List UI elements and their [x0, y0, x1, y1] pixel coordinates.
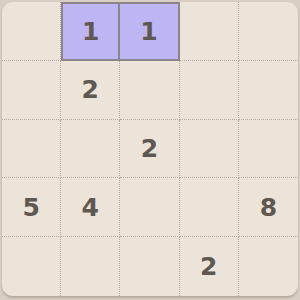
cell-r4-c4[interactable]	[239, 237, 298, 296]
cell-r3-c3[interactable]	[180, 178, 239, 237]
clue-number: 2	[141, 136, 158, 161]
cell-r1-c4[interactable]	[239, 61, 298, 120]
cell-r1-c2[interactable]	[120, 61, 179, 120]
cell-r0-c0[interactable]	[2, 2, 61, 61]
cell-r3-c0[interactable]: 5	[2, 178, 61, 237]
page-background: 11225482	[0, 0, 300, 300]
cell-r0-c4[interactable]	[239, 2, 298, 61]
cell-r2-c4[interactable]	[239, 120, 298, 179]
clue-number: 8	[260, 195, 277, 220]
clue-number: 1	[140, 19, 157, 44]
cell-r2-c2[interactable]: 2	[120, 120, 179, 179]
cell-r2-c3[interactable]	[180, 120, 239, 179]
cell-r3-c4[interactable]: 8	[239, 178, 298, 237]
cell-r4-c2[interactable]	[120, 237, 179, 296]
cell-r2-c1[interactable]	[61, 120, 120, 179]
shikaku-board: 11225482	[2, 2, 298, 296]
cell-r1-c0[interactable]	[2, 61, 61, 120]
cell-r0-c3[interactable]	[180, 2, 239, 61]
cell-r0-c1[interactable]: 1	[61, 2, 120, 61]
cell-r1-c1[interactable]: 2	[61, 61, 120, 120]
cell-r4-c1[interactable]	[61, 237, 120, 296]
clue-number: 2	[82, 77, 99, 102]
clue-number: 2	[200, 254, 217, 279]
cell-r0-c2[interactable]: 1	[120, 2, 179, 61]
clue-number: 4	[82, 195, 99, 220]
cell-r4-c0[interactable]	[2, 237, 61, 296]
board-grid: 11225482	[2, 2, 298, 296]
clue-number: 1	[82, 19, 99, 44]
cell-r1-c3[interactable]	[180, 61, 239, 120]
cell-r3-c1[interactable]: 4	[61, 178, 120, 237]
cell-r3-c2[interactable]	[120, 178, 179, 237]
clue-number: 5	[22, 195, 39, 220]
cell-r2-c0[interactable]	[2, 120, 61, 179]
cell-r4-c3[interactable]: 2	[180, 237, 239, 296]
